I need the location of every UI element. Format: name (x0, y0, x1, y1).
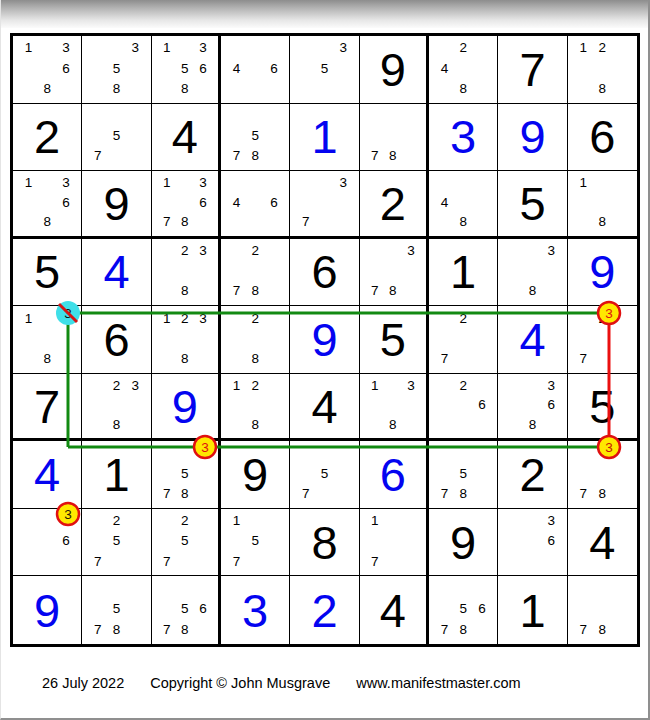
cell-r7c2[interactable]: 1 (82, 441, 151, 509)
cell-r6c9[interactable]: 5 (568, 374, 637, 442)
cell-r5c8[interactable]: 4 (498, 306, 567, 374)
cell-r3c7[interactable]: 48 (429, 171, 498, 239)
cell-r8c5[interactable]: 8 (290, 509, 359, 577)
candidate-grid: 1238 (152, 306, 218, 373)
cell-r9c1[interactable]: 9 (13, 576, 82, 644)
solved-digit: 6 (360, 441, 426, 508)
solved-digit: 7 (498, 36, 566, 103)
candidate-grid: 78 (360, 104, 426, 171)
candidate-grid: 578 (152, 441, 218, 508)
candidate-grid: 278 (221, 239, 289, 306)
cell-r5c7[interactable]: 27 (429, 306, 498, 374)
footer: 26 July 2022 Copyright © John Musgrave w… (42, 675, 521, 691)
cell-r8c3[interactable]: 257 (152, 509, 221, 577)
candidate-grid: 38 (498, 239, 566, 306)
cell-r1c7[interactable]: 248 (429, 36, 498, 104)
solved-digit: 9 (498, 104, 566, 171)
candidate-grid: 5678 (152, 576, 218, 644)
solved-digit: 7 (13, 374, 81, 439)
candidate-grid: 46 (221, 171, 289, 236)
candidate-grid: 36 (498, 509, 566, 576)
solved-digit: 6 (82, 306, 150, 373)
candidate-grid: 35 (290, 36, 358, 103)
solved-digit: 4 (290, 374, 358, 439)
candidate-grid: 17 (360, 509, 426, 576)
solved-digit: 6 (290, 239, 358, 306)
cell-r4c8[interactable]: 38 (498, 239, 567, 307)
cell-r4c9[interactable]: 9 (568, 239, 637, 307)
cell-r1c3[interactable]: 13568 (152, 36, 221, 104)
cell-r5c2[interactable]: 6 (82, 306, 151, 374)
solved-digit: 1 (498, 576, 566, 644)
solved-digit: 9 (152, 374, 218, 439)
solved-digit: 9 (360, 36, 426, 103)
solved-digit: 2 (498, 441, 566, 508)
candidate-grid: 57 (82, 104, 150, 171)
solved-digit: 3 (221, 576, 289, 644)
candidate-grid: 128 (568, 36, 637, 103)
candidate-grid: 5678 (429, 576, 497, 644)
cell-r7c5[interactable]: 57 (290, 441, 359, 509)
candidate-grid: 57 (290, 441, 358, 508)
candidate-grid: 578 (82, 576, 150, 644)
solved-digit: 9 (429, 509, 497, 576)
cell-r5c3[interactable]: 1238 (152, 306, 221, 374)
candidate-grid: 578 (221, 104, 289, 171)
cell-r2c9[interactable]: 6 (568, 104, 637, 172)
cell-r5c6[interactable]: 5 (360, 306, 429, 374)
cell-r8c7[interactable]: 9 (429, 509, 498, 577)
solved-digit: 5 (360, 306, 426, 373)
cell-r3c2[interactable]: 9 (82, 171, 151, 239)
cell-r4c3[interactable]: 238 (152, 239, 221, 307)
cell-r1c2[interactable]: 358 (82, 36, 151, 104)
cell-r7c6[interactable]: 6 (360, 441, 429, 509)
cell-r9c6[interactable]: 4 (360, 576, 429, 644)
cell-r4c6[interactable]: 378 (360, 239, 429, 307)
candidate-grid: 18 (13, 306, 81, 373)
solved-digit: 5 (13, 239, 81, 306)
cell-r4c7[interactable]: 1 (429, 239, 498, 307)
cell-r9c8[interactable]: 1 (498, 576, 567, 644)
header-bar (0, 0, 650, 28)
candidate-grid: 26 (429, 374, 497, 439)
cell-r6c6[interactable]: 138 (360, 374, 429, 442)
cell-r1c6[interactable]: 9 (360, 36, 429, 104)
solved-digit: 4 (82, 239, 150, 306)
cell-r3c4[interactable]: 46 (221, 171, 290, 239)
cell-r8c9[interactable]: 4 (568, 509, 637, 577)
cell-r1c9[interactable]: 128 (568, 36, 637, 104)
cell-r4c4[interactable]: 278 (221, 239, 290, 307)
candidate-grid: 27 (429, 306, 497, 373)
cell-r7c4[interactable]: 9 (221, 441, 290, 509)
candidate-grid: 78 (568, 576, 637, 644)
solved-digit: 4 (498, 306, 566, 373)
sudoku-board: 1368358135684635924871282574578178396136… (10, 33, 640, 647)
solved-digit: 9 (82, 171, 150, 236)
solved-digit: 9 (568, 239, 637, 306)
cell-r1c8[interactable]: 7 (498, 36, 567, 104)
cell-r1c1[interactable]: 1368 (13, 36, 82, 104)
candidate-grid: 368 (498, 374, 566, 439)
cell-r2c2[interactable]: 57 (82, 104, 151, 172)
cell-r9c3[interactable]: 5678 (152, 576, 221, 644)
candidate-grid: 37 (290, 171, 358, 236)
cell-r2c8[interactable]: 9 (498, 104, 567, 172)
solved-digit: 5 (568, 374, 637, 439)
cell-r9c4[interactable]: 3 (221, 576, 290, 644)
cell-r8c6[interactable]: 17 (360, 509, 429, 577)
solved-digit: 3 (429, 104, 497, 171)
cell-r4c5[interactable]: 6 (290, 239, 359, 307)
cell-r8c1[interactable]: 6 (13, 509, 82, 577)
cell-r6c2[interactable]: 238 (82, 374, 151, 442)
solved-digit: 9 (13, 576, 81, 644)
solved-digit: 9 (290, 306, 358, 373)
cell-r6c1[interactable]: 7 (13, 374, 82, 442)
cell-r2c7[interactable]: 3 (429, 104, 498, 172)
solved-digit: 9 (221, 441, 289, 508)
candidate-grid: 257 (82, 509, 150, 576)
cell-r2c3[interactable]: 4 (152, 104, 221, 172)
cell-r4c2[interactable]: 4 (82, 239, 151, 307)
solved-digit: 4 (13, 441, 81, 508)
cell-r2c6[interactable]: 78 (360, 104, 429, 172)
sudoku-page: { "game": "sudoku", "position": { "solve… (0, 0, 650, 720)
cell-r7c7[interactable]: 578 (429, 441, 498, 509)
cell-r9c9[interactable]: 78 (568, 576, 637, 644)
candidate-grid: 248 (429, 36, 497, 103)
candidate-grid: 13568 (152, 36, 218, 103)
cell-r1c4[interactable]: 46 (221, 36, 290, 104)
candidate-grid: 1368 (13, 36, 81, 103)
cell-r6c8[interactable]: 368 (498, 374, 567, 442)
candidate-grid: 48 (429, 171, 497, 236)
candidate-grid: 13678 (152, 171, 218, 236)
solved-digit: 2 (13, 104, 81, 171)
candidate-grid: 238 (152, 239, 218, 306)
candidate-grid: 78 (568, 441, 637, 508)
candidate-grid: 18 (568, 171, 637, 236)
cell-r9c5[interactable]: 2 (290, 576, 359, 644)
cell-r7c9[interactable]: 78 (568, 441, 637, 509)
candidate-grid: 378 (360, 239, 426, 306)
solved-digit: 1 (82, 441, 150, 508)
solved-digit: 8 (290, 509, 358, 576)
solved-digit: 1 (429, 239, 497, 306)
solved-digit: 4 (152, 104, 218, 171)
cell-r3c8[interactable]: 5 (498, 171, 567, 239)
candidate-grid: 1368 (13, 171, 81, 236)
cell-r4c1[interactable]: 5 (13, 239, 82, 307)
solved-digit: 2 (360, 171, 426, 236)
candidate-grid: 238 (82, 374, 150, 439)
candidate-grid: 257 (152, 509, 218, 576)
cell-r6c4[interactable]: 128 (221, 374, 290, 442)
cell-r5c5[interactable]: 9 (290, 306, 359, 374)
candidate-grid: 138 (360, 374, 426, 439)
candidate-grid: 578 (429, 441, 497, 508)
cell-r2c5[interactable]: 1 (290, 104, 359, 172)
cell-r6c5[interactable]: 4 (290, 374, 359, 442)
solved-digit: 4 (360, 576, 426, 644)
candidate-grid: 6 (13, 509, 81, 576)
cell-r3c5[interactable]: 37 (290, 171, 359, 239)
footer-copyright: Copyright © John Musgrave (150, 675, 330, 691)
cell-r5c9[interactable]: 27 (568, 306, 637, 374)
solved-digit: 1 (290, 104, 358, 171)
candidate-grid: 46 (221, 36, 289, 103)
solved-digit: 6 (568, 104, 637, 171)
candidate-grid: 28 (221, 306, 289, 373)
cell-r5c4[interactable]: 28 (221, 306, 290, 374)
cell-r6c3[interactable]: 9 (152, 374, 221, 442)
cell-r3c1[interactable]: 1368 (13, 171, 82, 239)
cell-r7c3[interactable]: 578 (152, 441, 221, 509)
cell-r2c4[interactable]: 578 (221, 104, 290, 172)
footer-url: www.manifestmaster.com (356, 675, 520, 691)
cell-r9c2[interactable]: 578 (82, 576, 151, 644)
candidate-grid: 27 (568, 306, 637, 373)
cell-r3c9[interactable]: 18 (568, 171, 637, 239)
candidate-grid: 128 (221, 374, 289, 439)
cell-r7c8[interactable]: 2 (498, 441, 567, 509)
cell-r8c8[interactable]: 36 (498, 509, 567, 577)
cell-r2c1[interactable]: 2 (13, 104, 82, 172)
footer-date: 26 July 2022 (42, 675, 124, 691)
cell-r6c7[interactable]: 26 (429, 374, 498, 442)
cell-r1c5[interactable]: 35 (290, 36, 359, 104)
cell-r3c6[interactable]: 2 (360, 171, 429, 239)
solved-digit: 2 (290, 576, 358, 644)
cell-r3c3[interactable]: 13678 (152, 171, 221, 239)
cell-r5c1[interactable]: 18 (13, 306, 82, 374)
cell-r8c4[interactable]: 157 (221, 509, 290, 577)
solved-digit: 4 (568, 509, 637, 576)
cell-r7c1[interactable]: 4 (13, 441, 82, 509)
candidate-grid: 157 (221, 509, 289, 576)
candidate-grid: 358 (82, 36, 150, 103)
solved-digit: 5 (498, 171, 566, 236)
cell-r9c7[interactable]: 5678 (429, 576, 498, 644)
cell-r8c2[interactable]: 257 (82, 509, 151, 577)
